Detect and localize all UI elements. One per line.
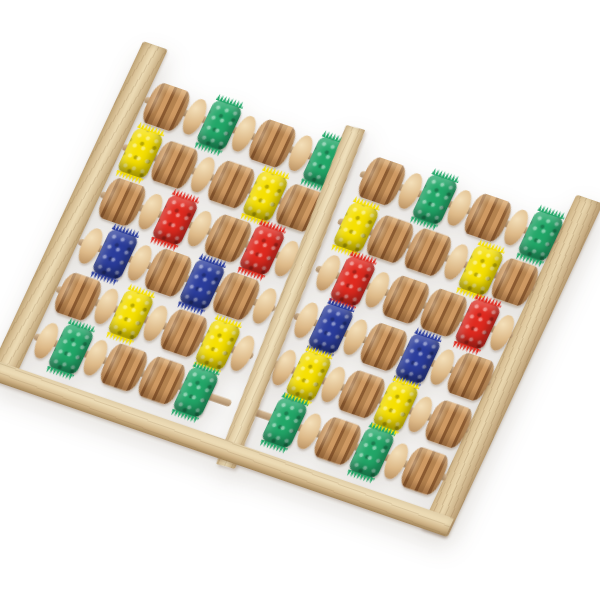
product-photo-scene	[0, 0, 600, 600]
bare-rod-section	[210, 393, 229, 407]
massage-roller-board	[0, 57, 594, 523]
